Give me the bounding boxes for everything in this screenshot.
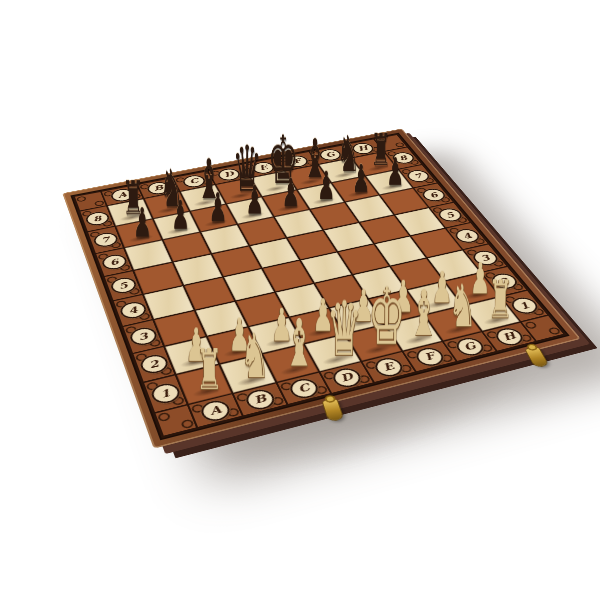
left-rank-label-3: 3 (127, 326, 158, 348)
piece-shadow (239, 210, 267, 220)
bottom-file-label-E: E (371, 355, 406, 378)
piece-shadow (263, 184, 290, 193)
bottom-file-label-G: G (452, 335, 487, 357)
piece-shadow (155, 205, 183, 215)
square-b7: ♟ (154, 212, 200, 239)
right-rank-label-7: 7 (404, 169, 433, 184)
piece-shadow (402, 333, 434, 346)
frame-corner (522, 316, 564, 341)
left-rank-label-4: 4 (118, 300, 149, 321)
bottom-file-label-H: H (492, 326, 527, 348)
bottom-file-label-C: C (286, 376, 321, 400)
bottom-file-label-B: B (243, 387, 278, 412)
right-rank-label-4: 4 (451, 227, 482, 244)
right-rank-label-5: 5 (435, 207, 465, 223)
bottom-file-label-D: D (329, 366, 364, 390)
left-rank-label-2: 2 (138, 353, 171, 376)
square-g2: ♟ (408, 282, 462, 314)
left-rank-label-1: 1 (148, 381, 182, 405)
left-rank-label-7: 7 (92, 231, 120, 248)
square-g5 (360, 216, 409, 244)
piece-shadow (263, 335, 295, 349)
left-rank-label-8: 8 (84, 210, 111, 227)
product-photo: ABCDEFGH8♜♞♝♛♚♝♞♜87♟♟♟♟♟♟♟♟7665544332♟♟♟… (0, 0, 600, 600)
bottom-file-label-A: A (198, 398, 233, 423)
left-rank-label-6: 6 (100, 253, 129, 271)
right-rank-label-8: 8 (389, 151, 417, 165)
right-rank-label-6: 6 (419, 187, 448, 203)
bottom-file-label-B-cell: B (234, 383, 287, 415)
left-rank-label-5: 5 (108, 276, 138, 295)
bottom-file-label-F: F (412, 345, 447, 368)
right-rank-label-7-cell: 7 (399, 165, 437, 187)
piece-shadow (424, 298, 455, 310)
